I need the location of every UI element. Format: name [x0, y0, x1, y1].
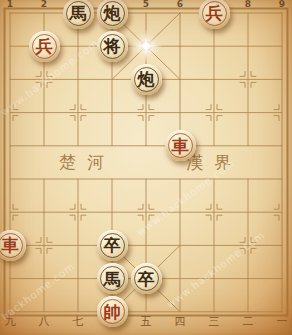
piece-character: 兵 — [36, 38, 53, 55]
piece-red-chariot[interactable]: 車 — [165, 130, 196, 161]
file-number-top-6: 6 — [174, 0, 186, 9]
file-number-top-2: 2 — [38, 0, 50, 9]
piece-character: 馬 — [70, 5, 87, 22]
piece-red-pawn[interactable]: 兵 — [199, 0, 230, 29]
piece-character: 帥 — [104, 304, 121, 321]
piece-character: 炮 — [138, 71, 155, 88]
file-number-bottom-3: 七 — [70, 314, 86, 329]
file-number-top-9: 9 — [276, 0, 288, 9]
file-number-bottom-8: 二 — [240, 314, 256, 329]
piece-black-pawn[interactable]: 卒 — [97, 230, 128, 261]
piece-black-horse[interactable]: 馬 — [63, 0, 94, 29]
piece-black-horse[interactable]: 馬 — [97, 263, 128, 294]
piece-character: 車 — [172, 138, 189, 155]
xiangqi-board-screenshot: 123456789 九八七六五四三二一 楚河 漢界 馬炮兵兵将炮車車卒馬卒帥 w… — [0, 0, 292, 335]
piece-red-chariot[interactable]: 車 — [0, 230, 26, 261]
file-number-bottom-2: 八 — [36, 314, 52, 329]
piece-red-pawn[interactable]: 兵 — [29, 31, 60, 62]
piece-character: 車 — [2, 237, 19, 254]
file-number-top-1: 1 — [4, 0, 16, 9]
file-number-bottom-9: 一 — [274, 314, 290, 329]
piece-black-general[interactable]: 将 — [97, 31, 128, 62]
piece-black-cannon[interactable]: 炮 — [97, 0, 128, 29]
file-number-bottom-5: 五 — [138, 314, 154, 329]
piece-character: 卒 — [104, 237, 121, 254]
piece-character: 将 — [104, 38, 121, 55]
file-number-top-8: 8 — [242, 0, 254, 9]
piece-red-general[interactable]: 帥 — [97, 296, 128, 327]
file-number-top-5: 5 — [140, 0, 152, 9]
river-label-han: 漢界 — [186, 151, 242, 174]
file-number-bottom-7: 三 — [206, 314, 222, 329]
piece-character: 馬 — [104, 271, 121, 288]
piece-character: 卒 — [138, 271, 155, 288]
file-number-bottom-1: 九 — [2, 314, 18, 329]
river-label-chu: 楚河 — [59, 151, 115, 174]
piece-character: 兵 — [206, 5, 223, 22]
piece-black-cannon[interactable]: 炮 — [131, 64, 162, 95]
file-number-bottom-6: 四 — [172, 314, 188, 329]
piece-black-pawn[interactable]: 卒 — [131, 263, 162, 294]
piece-character: 炮 — [104, 5, 121, 22]
